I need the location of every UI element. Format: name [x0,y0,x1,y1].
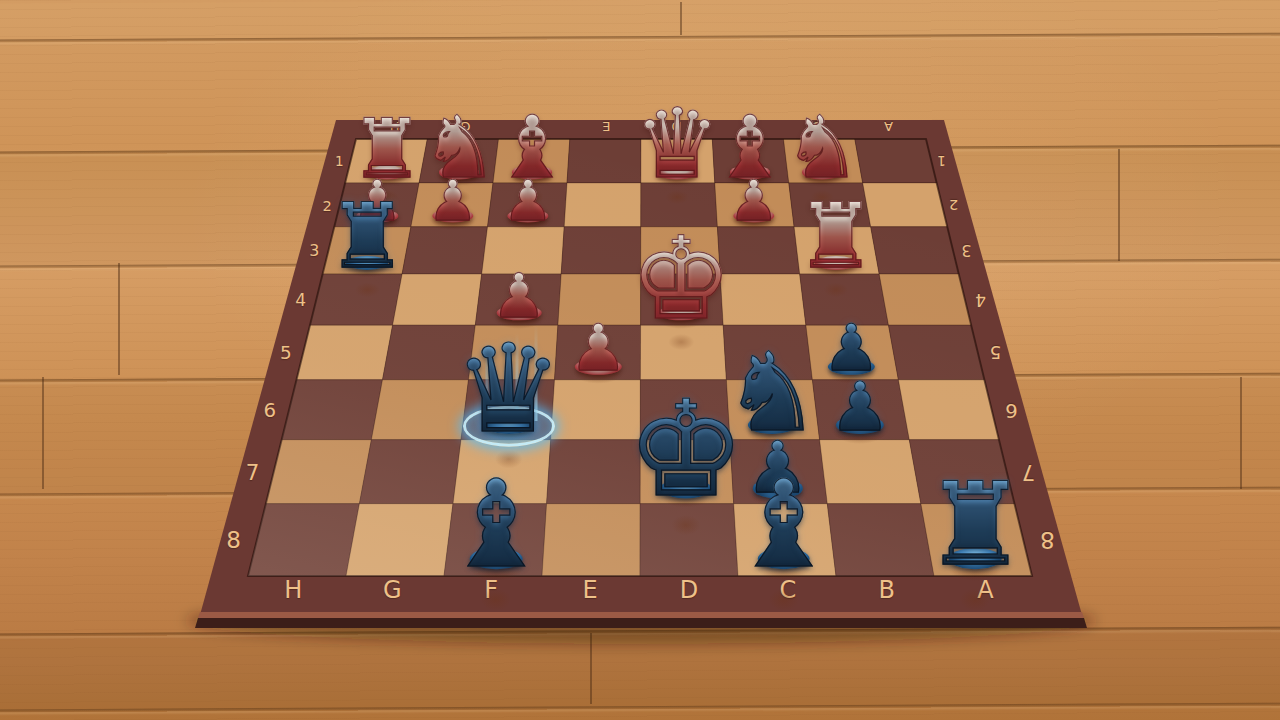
board-wet-sheen [248,139,1032,576]
board-front-face [195,618,1087,628]
chess-board [0,0,1280,720]
board-bevel-edge [198,612,1084,618]
chess-3d-scene: HGFEDCBAHGFEDCBA1234567812345678 ♜♞♝♛♝♞♟… [0,0,1280,720]
